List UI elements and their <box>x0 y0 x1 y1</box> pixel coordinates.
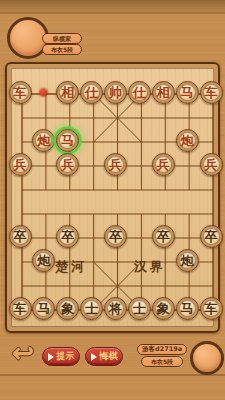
piece-black-卒[interactable]: 卒 <box>200 225 223 248</box>
piece-black-卒[interactable]: 卒 <box>152 225 175 248</box>
piece-black-士[interactable]: 士 <box>80 297 103 320</box>
xiangqi-app-screen: 纵横家 布衣5段 楚河 汉界 车相仕帅仕相马车炮马炮兵兵兵兵兵卒卒卒卒卒炮炮车马… <box>0 0 225 400</box>
piece-red-仕[interactable]: 仕 <box>80 81 103 104</box>
play-icon <box>91 353 97 361</box>
last-move-from-marker <box>40 89 47 96</box>
piece-black-马[interactable]: 马 <box>32 297 55 320</box>
piece-red-马[interactable]: 马 <box>176 81 199 104</box>
hint-button[interactable]: 提示 <box>42 347 80 366</box>
piece-black-炮[interactable]: 炮 <box>176 249 199 272</box>
piece-red-兵[interactable]: 兵 <box>56 153 79 176</box>
board-grid <box>7 64 222 335</box>
river-label-chu: 楚河 <box>55 258 87 276</box>
piece-black-车[interactable]: 车 <box>9 297 32 320</box>
piece-black-卒[interactable]: 卒 <box>56 225 79 248</box>
piece-black-车[interactable]: 车 <box>200 297 223 320</box>
piece-red-相[interactable]: 相 <box>152 81 175 104</box>
piece-black-象[interactable]: 象 <box>56 297 79 320</box>
piece-red-车[interactable]: 车 <box>9 81 32 104</box>
piece-red-马[interactable]: 马 <box>56 129 79 152</box>
piece-black-炮[interactable]: 炮 <box>32 249 55 272</box>
piece-red-仕[interactable]: 仕 <box>128 81 151 104</box>
piece-red-炮[interactable]: 炮 <box>176 129 199 152</box>
piece-red-帅[interactable]: 帅 <box>104 81 127 104</box>
piece-black-马[interactable]: 马 <box>176 297 199 320</box>
piece-red-兵[interactable]: 兵 <box>9 153 32 176</box>
undo-button-label: 悔棋 <box>100 352 118 361</box>
piece-black-士[interactable]: 士 <box>128 297 151 320</box>
piece-black-将[interactable]: 将 <box>104 297 127 320</box>
piece-black-卒[interactable]: 卒 <box>9 225 32 248</box>
river-label-han: 汉界 <box>134 258 166 276</box>
back-arrow-icon: ↩ <box>12 337 35 368</box>
opponent-rank-badge: 布衣5段 <box>42 44 82 55</box>
back-button[interactable]: ↩ <box>6 338 40 370</box>
player-rank-badge: 布衣5段 <box>141 356 183 367</box>
opponent-name-badge: 纵横家 <box>42 33 82 44</box>
piece-red-兵[interactable]: 兵 <box>200 153 223 176</box>
undo-button[interactable]: 悔棋 <box>85 347 123 366</box>
piece-red-车[interactable]: 车 <box>200 81 223 104</box>
hint-button-label: 提示 <box>57 352 75 361</box>
piece-red-相[interactable]: 相 <box>56 81 79 104</box>
plank-seam <box>0 12 225 14</box>
piece-red-兵[interactable]: 兵 <box>152 153 175 176</box>
player-name-badge: 游客d2719a <box>137 344 187 355</box>
top-shadow-band <box>0 0 225 12</box>
plank-seam <box>0 374 225 376</box>
piece-black-象[interactable]: 象 <box>152 297 175 320</box>
player-avatar[interactable] <box>190 341 224 375</box>
piece-black-卒[interactable]: 卒 <box>104 225 127 248</box>
piece-red-炮[interactable]: 炮 <box>32 129 55 152</box>
piece-red-兵[interactable]: 兵 <box>104 153 127 176</box>
play-icon <box>48 353 54 361</box>
